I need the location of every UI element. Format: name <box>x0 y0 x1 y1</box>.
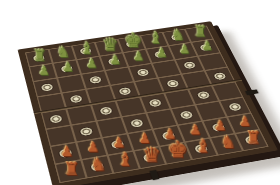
inlay-dot <box>228 103 242 112</box>
piece-red-bishop[interactable]: ♝ <box>195 137 211 155</box>
piece-red-pawn[interactable]: ♟ <box>60 144 72 158</box>
piece-green-pawn[interactable]: ♟ <box>156 46 167 58</box>
piece-red-king[interactable]: ♚ <box>168 139 188 162</box>
piece-red-queen[interactable]: ♛ <box>142 145 160 165</box>
square-d1[interactable]: ♛ <box>133 147 166 169</box>
piece-red-pawn[interactable]: ♟ <box>214 119 226 133</box>
inlay-dot <box>179 110 193 119</box>
piece-green-pawn[interactable]: ♟ <box>62 61 73 74</box>
square-c1[interactable]: ♝ <box>108 151 140 174</box>
board-grid: ♜♞♝♛♚♝♞♜♟♟♟♟♟♟♟♟♟♟♟♟♟♟♟♟♜♞♝♛♚♝♞♜ <box>25 26 268 183</box>
square-e1[interactable]: ♚ <box>159 142 192 164</box>
square-g1[interactable]: ♞ <box>210 134 243 156</box>
inlay-dot <box>70 95 83 104</box>
piece-green-bishop[interactable]: ♝ <box>149 30 163 46</box>
piece-green-knight[interactable]: ♞ <box>172 27 185 42</box>
piece-green-rook[interactable]: ♜ <box>194 24 207 39</box>
piece-green-pawn[interactable]: ♟ <box>202 39 213 51</box>
piece-green-pawn[interactable]: ♟ <box>109 53 120 65</box>
board-frame: ♜♞♝♛♚♝♞♜♟♟♟♟♟♟♟♟♟♟♟♟♟♟♟♟♜♞♝♛♚♝♞♜ <box>18 21 278 185</box>
photo-canvas: ♜♞♝♛♚♝♞♜♟♟♟♟♟♟♟♟♟♟♟♟♟♟♟♟♜♞♝♛♚♝♞♜ <box>0 0 280 185</box>
piece-red-pawn[interactable]: ♟ <box>239 115 251 128</box>
inlay-dot <box>99 106 112 115</box>
chess-board: ♜♞♝♛♚♝♞♜♟♟♟♟♟♟♟♟♟♟♟♟♟♟♟♟♜♞♝♛♚♝♞♜ <box>18 21 278 185</box>
piece-red-rook[interactable]: ♜ <box>64 160 80 178</box>
inlay-dot <box>80 127 94 136</box>
inlay-dot <box>41 83 54 91</box>
board-clasp-bottom <box>150 170 160 180</box>
inlay-dot <box>166 79 179 87</box>
inlay-dot <box>213 72 226 80</box>
inlay-dot <box>149 99 163 108</box>
inlay-dot <box>89 76 102 84</box>
piece-red-pawn[interactable]: ♟ <box>87 140 99 154</box>
inlay-dot <box>130 119 144 128</box>
square-h1[interactable]: ♜ <box>235 129 268 151</box>
inlay-dot <box>197 91 211 100</box>
inlay-dot <box>183 61 196 69</box>
piece-red-bishop[interactable]: ♝ <box>117 151 134 169</box>
piece-green-pawn[interactable]: ♟ <box>133 50 144 62</box>
piece-green-pawn[interactable]: ♟ <box>86 57 97 70</box>
piece-green-queen[interactable]: ♛ <box>102 36 118 54</box>
piece-red-knight[interactable]: ♞ <box>221 134 236 151</box>
piece-red-knight[interactable]: ♞ <box>91 156 107 173</box>
piece-green-pawn[interactable]: ♟ <box>38 64 49 77</box>
piece-green-rook[interactable]: ♜ <box>33 48 47 63</box>
piece-red-rook[interactable]: ♜ <box>246 129 261 146</box>
piece-red-pawn[interactable]: ♟ <box>113 136 125 150</box>
piece-green-pawn[interactable]: ♟ <box>179 43 190 55</box>
inlay-dot <box>49 114 62 123</box>
inlay-dot <box>137 68 150 76</box>
piece-green-knight[interactable]: ♞ <box>57 44 71 59</box>
inlay-dot <box>118 87 131 95</box>
piece-green-bishop[interactable]: ♝ <box>80 40 94 56</box>
